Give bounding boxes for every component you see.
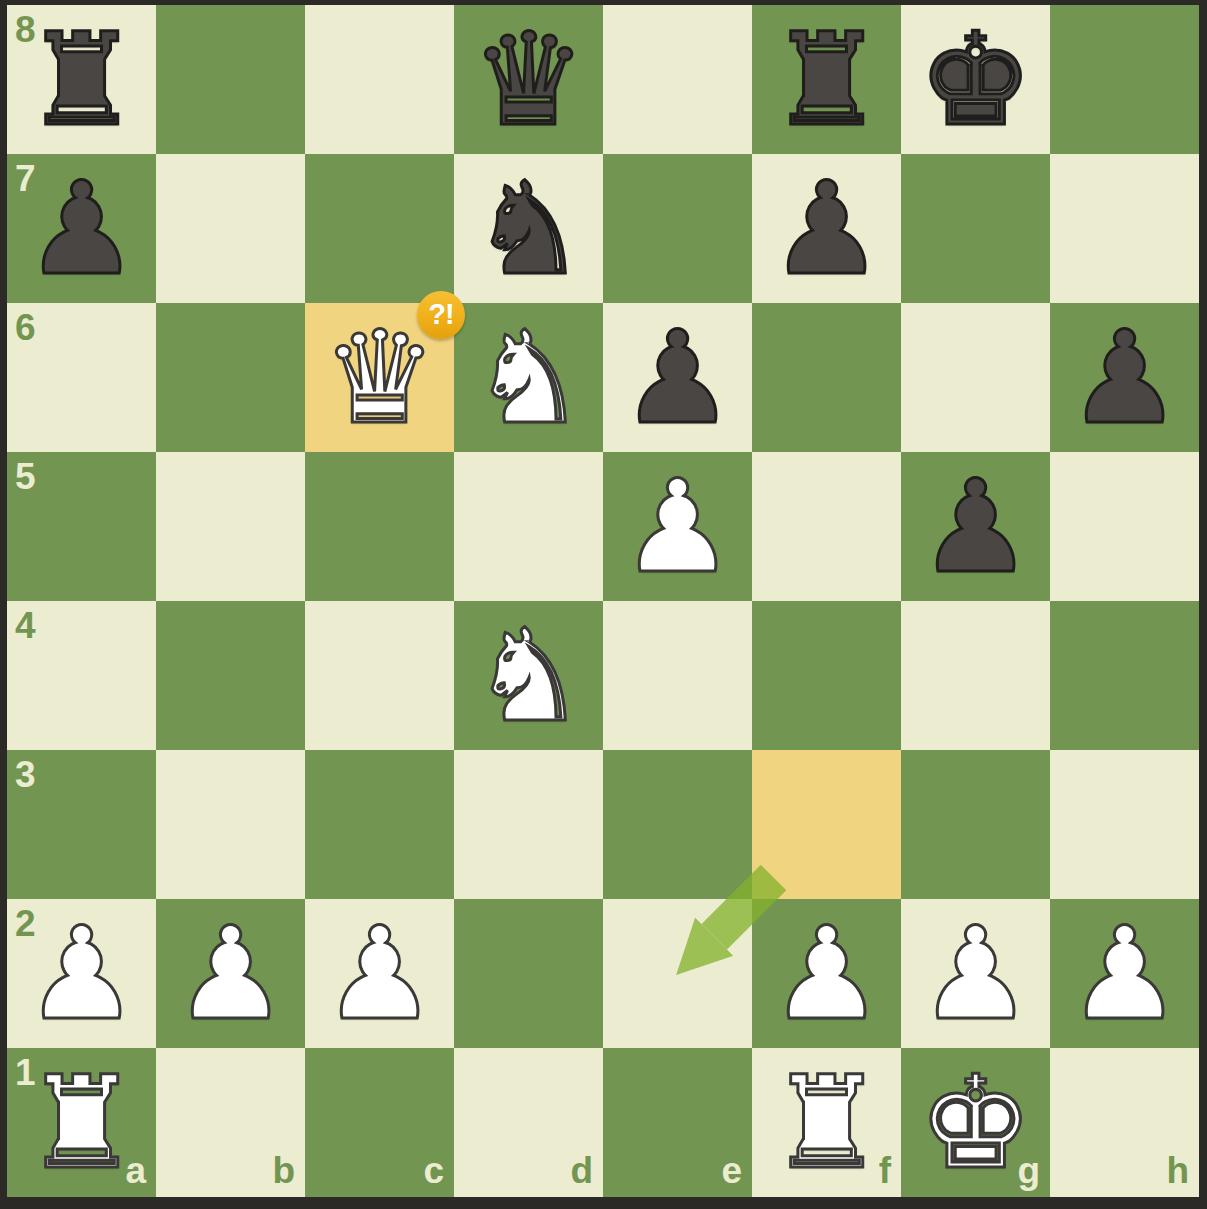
square-a1[interactable]: 1a♜ bbox=[7, 1048, 156, 1197]
square-d8[interactable]: ♛ bbox=[454, 5, 603, 154]
square-c7[interactable] bbox=[305, 154, 454, 303]
square-a6[interactable]: 6 bbox=[7, 303, 156, 452]
square-c8[interactable] bbox=[305, 5, 454, 154]
piece-white-rook-a1[interactable]: ♜ bbox=[7, 1048, 156, 1197]
square-h1[interactable]: h bbox=[1050, 1048, 1199, 1197]
rank-label-6: 6 bbox=[15, 307, 36, 349]
square-f5[interactable] bbox=[752, 452, 901, 601]
piece-white-pawn-g2[interactable]: ♟ bbox=[901, 899, 1050, 1048]
piece-black-pawn-a7[interactable]: ♟ bbox=[7, 154, 156, 303]
square-h3[interactable] bbox=[1050, 750, 1199, 899]
square-a4[interactable]: 4 bbox=[7, 601, 156, 750]
square-g8[interactable]: ♚ bbox=[901, 5, 1050, 154]
square-c4[interactable] bbox=[305, 601, 454, 750]
square-g7[interactable] bbox=[901, 154, 1050, 303]
file-label-b: b bbox=[272, 1150, 295, 1192]
square-d7[interactable]: ♞ bbox=[454, 154, 603, 303]
piece-white-knight-d6[interactable]: ♞ bbox=[454, 303, 603, 452]
square-c5[interactable] bbox=[305, 452, 454, 601]
square-h6[interactable]: ♟ bbox=[1050, 303, 1199, 452]
piece-white-pawn-a2[interactable]: ♟ bbox=[7, 899, 156, 1048]
square-c2[interactable]: ♟ bbox=[305, 899, 454, 1048]
square-f8[interactable]: ♜ bbox=[752, 5, 901, 154]
piece-black-king-g8[interactable]: ♚ bbox=[901, 5, 1050, 154]
square-d6[interactable]: ♞ bbox=[454, 303, 603, 452]
square-h8[interactable] bbox=[1050, 5, 1199, 154]
square-b4[interactable] bbox=[156, 601, 305, 750]
piece-white-king-g1[interactable]: ♚ bbox=[901, 1048, 1050, 1197]
piece-white-pawn-b2[interactable]: ♟ bbox=[156, 899, 305, 1048]
square-f3[interactable] bbox=[752, 750, 901, 899]
square-f1[interactable]: f♜ bbox=[752, 1048, 901, 1197]
square-a3[interactable]: 3 bbox=[7, 750, 156, 899]
square-h7[interactable] bbox=[1050, 154, 1199, 303]
square-g3[interactable] bbox=[901, 750, 1050, 899]
square-d1[interactable]: d bbox=[454, 1048, 603, 1197]
square-g1[interactable]: g♚ bbox=[901, 1048, 1050, 1197]
square-e7[interactable] bbox=[603, 154, 752, 303]
file-label-c: c bbox=[423, 1150, 444, 1192]
square-d4[interactable]: ♞ bbox=[454, 601, 603, 750]
square-g4[interactable] bbox=[901, 601, 1050, 750]
square-e4[interactable] bbox=[603, 601, 752, 750]
square-c3[interactable] bbox=[305, 750, 454, 899]
piece-white-pawn-f2[interactable]: ♟ bbox=[752, 899, 901, 1048]
square-h5[interactable] bbox=[1050, 452, 1199, 601]
piece-white-pawn-h2[interactable]: ♟ bbox=[1050, 899, 1199, 1048]
square-g2[interactable]: ♟ bbox=[901, 899, 1050, 1048]
piece-white-pawn-c2[interactable]: ♟ bbox=[305, 899, 454, 1048]
square-f7[interactable]: ♟ bbox=[752, 154, 901, 303]
square-d5[interactable] bbox=[454, 452, 603, 601]
file-label-d: d bbox=[570, 1150, 593, 1192]
piece-black-queen-d8[interactable]: ♛ bbox=[454, 5, 603, 154]
chess-board: 8♜♛♜♚7♟♞♟6♛♞♟♟5♟♟4♞32♟♟♟♟♟♟1a♜bcdef♜g♚h bbox=[7, 5, 1199, 1197]
piece-black-pawn-h6[interactable]: ♟ bbox=[1050, 303, 1199, 452]
inaccuracy-badge: ?! bbox=[417, 291, 465, 339]
piece-black-rook-a8[interactable]: ♜ bbox=[7, 5, 156, 154]
square-b6[interactable] bbox=[156, 303, 305, 452]
board-frame: 8♜♛♜♚7♟♞♟6♛♞♟♟5♟♟4♞32♟♟♟♟♟♟1a♜bcdef♜g♚h … bbox=[0, 0, 1207, 1209]
rank-label-5: 5 bbox=[15, 456, 36, 498]
piece-white-pawn-e5[interactable]: ♟ bbox=[603, 452, 752, 601]
square-e5[interactable]: ♟ bbox=[603, 452, 752, 601]
square-e8[interactable] bbox=[603, 5, 752, 154]
square-b5[interactable] bbox=[156, 452, 305, 601]
square-b3[interactable] bbox=[156, 750, 305, 899]
piece-black-rook-f8[interactable]: ♜ bbox=[752, 5, 901, 154]
piece-black-pawn-f7[interactable]: ♟ bbox=[752, 154, 901, 303]
rank-label-3: 3 bbox=[15, 754, 36, 796]
file-label-h: h bbox=[1166, 1150, 1189, 1192]
piece-white-knight-d4[interactable]: ♞ bbox=[454, 601, 603, 750]
square-e1[interactable]: e bbox=[603, 1048, 752, 1197]
square-g6[interactable] bbox=[901, 303, 1050, 452]
piece-black-pawn-e6[interactable]: ♟ bbox=[603, 303, 752, 452]
square-e2[interactable] bbox=[603, 899, 752, 1048]
piece-black-pawn-g5[interactable]: ♟ bbox=[901, 452, 1050, 601]
square-d2[interactable] bbox=[454, 899, 603, 1048]
square-h4[interactable] bbox=[1050, 601, 1199, 750]
rank-label-4: 4 bbox=[15, 605, 36, 647]
square-b7[interactable] bbox=[156, 154, 305, 303]
square-c1[interactable]: c bbox=[305, 1048, 454, 1197]
square-f6[interactable] bbox=[752, 303, 901, 452]
square-d3[interactable] bbox=[454, 750, 603, 899]
square-b2[interactable]: ♟ bbox=[156, 899, 305, 1048]
square-g5[interactable]: ♟ bbox=[901, 452, 1050, 601]
square-a5[interactable]: 5 bbox=[7, 452, 156, 601]
square-e3[interactable] bbox=[603, 750, 752, 899]
piece-black-knight-d7[interactable]: ♞ bbox=[454, 154, 603, 303]
square-a2[interactable]: 2♟ bbox=[7, 899, 156, 1048]
piece-white-rook-f1[interactable]: ♜ bbox=[752, 1048, 901, 1197]
file-label-e: e bbox=[721, 1150, 742, 1192]
square-h2[interactable]: ♟ bbox=[1050, 899, 1199, 1048]
square-a7[interactable]: 7♟ bbox=[7, 154, 156, 303]
square-f2[interactable]: ♟ bbox=[752, 899, 901, 1048]
square-a8[interactable]: 8♜ bbox=[7, 5, 156, 154]
square-b1[interactable]: b bbox=[156, 1048, 305, 1197]
square-e6[interactable]: ♟ bbox=[603, 303, 752, 452]
square-f4[interactable] bbox=[752, 601, 901, 750]
square-b8[interactable] bbox=[156, 5, 305, 154]
